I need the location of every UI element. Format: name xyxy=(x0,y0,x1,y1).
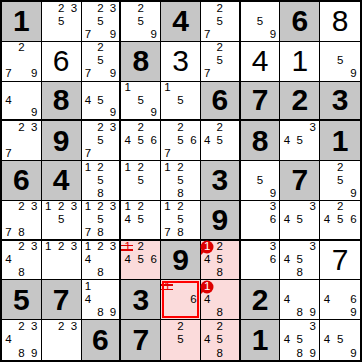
candidate-digit-text: 1 xyxy=(164,201,170,213)
cell-r7c6[interactable]: 12458 xyxy=(201,241,241,281)
candidate-digit-text: 2 xyxy=(138,3,144,15)
candidate-digit: 5 xyxy=(174,94,187,107)
cell-r9c9[interactable]: 459 xyxy=(320,320,360,360)
candidate-grid: 25 xyxy=(161,320,200,360)
candidate-digit-text: 4 xyxy=(324,294,330,306)
candidate-digit: 1 xyxy=(82,161,95,174)
candidate-digit-text: 3 xyxy=(310,201,316,213)
candidate-digit-text: 4 xyxy=(284,254,290,266)
candidate-digit-text: 3 xyxy=(270,201,276,213)
candidate-digit: 5 xyxy=(94,213,107,226)
cell-r8c9[interactable]: 469 xyxy=(320,280,360,320)
candidate-digit: 9 xyxy=(28,107,41,120)
candidate-grid: 1489 xyxy=(82,280,120,319)
given-digit: 8 xyxy=(241,121,280,160)
candidate-digit: 9 xyxy=(107,68,120,81)
candidate-grid: 2458 xyxy=(201,320,239,360)
candidate-grid: 345 xyxy=(280,121,319,160)
cell-r7c9[interactable]: 7 xyxy=(320,241,360,281)
cell-r1c4[interactable]: 259 xyxy=(121,2,161,42)
candidate-grid: 12456 xyxy=(121,241,160,280)
candidate-digit: 4 xyxy=(82,254,95,267)
candidate-digit: 5 xyxy=(174,174,187,187)
cell-r4c4[interactable]: 2456 xyxy=(121,121,161,161)
candidate-digit: 9 xyxy=(267,187,280,200)
candidate-digit: 8 xyxy=(15,267,28,280)
cell-r8c6[interactable]: 148 xyxy=(201,280,241,320)
cell-r8c1[interactable]: 5 xyxy=(2,280,42,320)
candidate-digit: 9 xyxy=(107,107,120,120)
candidate-digit-text: 3 xyxy=(31,241,37,253)
candidate-digit-text: 3 xyxy=(71,241,77,253)
cell-r9c6[interactable]: 2458 xyxy=(201,320,241,360)
candidate-digit-text: 3 xyxy=(31,321,37,333)
given-digit: 9 xyxy=(201,201,239,239)
candidate-digit: 5 xyxy=(94,174,107,187)
candidate-digit-text: 5 xyxy=(217,16,223,28)
candidate-digit: 4 xyxy=(201,333,214,346)
candidate-digit-text: 2 xyxy=(97,241,103,253)
candidate-digit-text: 5 xyxy=(177,95,183,107)
candidate-digit: 4 xyxy=(201,254,214,267)
cell-r7c5[interactable]: 9 xyxy=(161,241,201,281)
candidate-digit: 6 xyxy=(267,213,280,226)
candidate-digit: 7 xyxy=(2,147,15,160)
candidate-digit: 9 xyxy=(306,347,319,360)
candidate-digit-text: 1 xyxy=(125,201,131,213)
candidate-digit-text: 5 xyxy=(337,175,343,187)
candidate-digit-text: 7 xyxy=(85,29,91,41)
candidate-digit: 9 xyxy=(267,28,280,41)
candidate-digit-text: 5 xyxy=(177,135,183,147)
candidate-digit: 9 xyxy=(306,306,319,319)
candidate-digit: 3 xyxy=(107,201,120,214)
candidate-digit: 5 xyxy=(55,15,68,28)
candidate-digit: 2 xyxy=(55,201,68,214)
candidate-digit-text: 6 xyxy=(270,214,276,226)
candidate-digit: 6 xyxy=(187,134,200,147)
cell-r1c2[interactable]: 235 xyxy=(42,2,82,42)
candidate-digit-text: 5 xyxy=(297,135,303,147)
candidate-grid: 459 xyxy=(320,320,360,360)
candidate-digit: 1 xyxy=(42,241,55,254)
candidate-digit-text: 2 xyxy=(217,3,223,15)
cell-r2c4[interactable]: 8 xyxy=(121,42,161,82)
candidate-digit-text: 1 xyxy=(164,162,170,174)
candidate-digit-text: 5 xyxy=(97,135,103,147)
candidate-digit-text: 2 xyxy=(97,122,103,134)
candidate-digit-text: 5 xyxy=(177,175,183,187)
cell-r2c7[interactable]: 4 xyxy=(241,42,281,82)
candidate-digit: 4 xyxy=(121,134,134,147)
solved-digit: 3 xyxy=(161,42,200,81)
candidate-digit-text: 3 xyxy=(31,201,37,213)
candidate-grid: 245 xyxy=(201,121,239,160)
candidate-digit-struck: 1 xyxy=(161,280,174,293)
candidate-digit-text: 2 xyxy=(18,241,24,253)
cell-r7c2[interactable]: 123 xyxy=(42,241,82,281)
cell-r6c3[interactable]: 123578 xyxy=(82,201,122,241)
candidate-digit-text: 8 xyxy=(97,307,103,319)
cell-r4c7[interactable]: 8 xyxy=(241,121,281,161)
cell-r8c3[interactable]: 1489 xyxy=(82,280,122,320)
cell-r1c1[interactable]: 1 xyxy=(2,2,42,42)
cell-r3c2[interactable]: 8 xyxy=(42,82,82,122)
candidate-grid: 123 xyxy=(42,241,81,280)
cell-r1c3[interactable]: 23579 xyxy=(82,2,122,42)
candidate-digit-text: 4 xyxy=(284,294,290,306)
candidate-digit: 3 xyxy=(68,241,81,254)
given-digit: 6 xyxy=(280,2,319,41)
candidate-digit: 5 xyxy=(213,254,226,267)
candidate-digit-text: 3 xyxy=(110,3,116,15)
candidate-digit-text: 1 xyxy=(164,281,170,293)
candidate-digit-text: 3 xyxy=(31,122,37,134)
candidate-digit: 4 xyxy=(2,333,15,346)
candidate-digit-text: 2 xyxy=(217,241,223,253)
cell-r4c3[interactable]: 2357 xyxy=(82,121,122,161)
cell-r8c2[interactable]: 7 xyxy=(42,280,82,320)
candidate-digit: 5 xyxy=(213,15,226,28)
candidate-digit: 2 xyxy=(333,161,346,174)
candidate-digit-text: 5 xyxy=(138,95,144,107)
candidate-grid: 2456 xyxy=(320,201,360,239)
cell-r8c8[interactable]: 489 xyxy=(280,280,320,320)
cell-r3c4[interactable]: 159 xyxy=(121,82,161,122)
candidate-digit-text: 9 xyxy=(350,188,356,200)
cell-r7c8[interactable]: 3458 xyxy=(280,241,320,281)
candidate-digit-text: 4 xyxy=(85,95,91,107)
candidate-digit-text: 8 xyxy=(217,307,223,319)
candidate-digit: 4 xyxy=(82,94,95,107)
given-digit: 6 xyxy=(2,161,41,200)
cell-r4c9[interactable]: 1 xyxy=(320,121,360,161)
cell-r2c3[interactable]: 2579 xyxy=(82,42,122,82)
candidate-digit-text: 2 xyxy=(337,162,343,174)
candidate-digit: 2 xyxy=(55,241,68,254)
candidate-digit-text: 5 xyxy=(97,214,103,226)
cell-r5c6[interactable]: 3 xyxy=(201,161,241,201)
candidate-digit-text: 7 xyxy=(204,29,210,41)
candidate-digit: 8 xyxy=(213,306,226,319)
candidate-digit-text: 2 xyxy=(138,201,144,213)
candidate-digit-text: 9 xyxy=(310,307,316,319)
candidate-grid: 1258 xyxy=(161,161,200,200)
candidate-digit: 1 xyxy=(121,82,134,95)
cell-r2c8[interactable]: 1 xyxy=(280,42,320,82)
candidate-digit-text: 5 xyxy=(58,16,64,28)
given-digit: 9 xyxy=(42,121,81,160)
candidate-digit: 4 xyxy=(2,254,15,267)
candidate-digit: 2 xyxy=(15,241,28,254)
candidate-grid: 2378 xyxy=(2,201,41,239)
candidate-digit: 3 xyxy=(68,320,81,333)
cell-r6c1[interactable]: 2378 xyxy=(2,201,42,241)
candidate-digit: 4 xyxy=(121,213,134,226)
candidate-digit-text: 9 xyxy=(350,307,356,319)
candidate-digit-text: 2 xyxy=(217,321,223,333)
candidate-digit: 5 xyxy=(94,134,107,147)
candidate-digit: 4 xyxy=(320,213,333,226)
cell-r3c8[interactable]: 2 xyxy=(280,82,320,122)
candidate-digit: 5 xyxy=(213,333,226,346)
candidate-digit-text: 4 xyxy=(125,135,131,147)
candidate-digit-text: 3 xyxy=(110,122,116,134)
candidate-grid: 36 xyxy=(241,241,280,280)
candidate-digit-text: 7 xyxy=(164,148,170,160)
candidate-digit: 8 xyxy=(94,187,107,200)
candidate-digit: 2 xyxy=(94,161,107,174)
candidate-digit: 2 xyxy=(134,201,147,214)
candidate-digit: 4 xyxy=(280,293,293,306)
candidate-digit: 8 xyxy=(94,267,107,280)
candidate-grid: 159 xyxy=(121,82,160,120)
candidate-grid: 23489 xyxy=(2,320,41,360)
candidate-digit: 4 xyxy=(320,333,333,346)
candidate-digit: 2 xyxy=(15,320,28,333)
candidate-digit: 1 xyxy=(121,201,134,214)
candidate-digit-text: 4 xyxy=(204,334,210,346)
candidate-digit-text: 4 xyxy=(284,135,290,147)
given-digit: 8 xyxy=(42,82,81,120)
candidate-digit: 3 xyxy=(107,2,120,15)
cell-r6c9[interactable]: 2456 xyxy=(320,201,360,241)
cell-r1c5[interactable]: 4 xyxy=(161,2,201,42)
candidate-digit: 5 xyxy=(293,213,306,226)
candidate-digit: 3 xyxy=(107,121,120,134)
candidate-digit-text: 2 xyxy=(217,122,223,134)
candidate-digit: 2 xyxy=(134,161,147,174)
candidate-digit: 6 xyxy=(347,293,360,306)
candidate-digit-text: 1 xyxy=(125,82,131,94)
cell-r4c8[interactable]: 345 xyxy=(280,121,320,161)
candidate-digit: 9 xyxy=(147,107,160,120)
cell-r1c8[interactable]: 6 xyxy=(280,2,320,42)
candidate-digit-text: 6 xyxy=(350,214,356,226)
cell-r2c9[interactable]: 59 xyxy=(320,42,360,82)
candidate-digit-text: 4 xyxy=(125,254,131,266)
candidate-digit-text: 7 xyxy=(5,227,11,239)
candidate-digit: 8 xyxy=(15,226,28,239)
candidate-digit: 2 xyxy=(213,42,226,55)
cell-r2c1[interactable]: 279 xyxy=(2,42,42,82)
candidate-digit-text: 2 xyxy=(18,321,24,333)
candidate-digit-text: 9 xyxy=(310,348,316,360)
candidate-digit: 5 xyxy=(293,134,306,147)
candidate-digit: 6 xyxy=(147,254,160,267)
cell-r9c2[interactable]: 23 xyxy=(42,320,82,360)
candidate-digit-struck: 1 xyxy=(121,241,134,254)
candidate-digit-text: 5 xyxy=(297,214,303,226)
cell-r4c1[interactable]: 237 xyxy=(2,121,42,161)
cell-r5c1[interactable]: 6 xyxy=(2,161,42,201)
candidate-digit: 2 xyxy=(15,201,28,214)
candidate-grid: 12348 xyxy=(82,241,120,280)
cell-r9c3[interactable]: 6 xyxy=(82,320,122,360)
cell-r9c8[interactable]: 34589 xyxy=(280,320,320,360)
cell-r4c5[interactable]: 2567 xyxy=(161,121,201,161)
given-digit: 1 xyxy=(320,121,360,160)
candidate-grid: 34589 xyxy=(280,320,319,360)
cell-r3c7[interactable]: 7 xyxy=(241,82,281,122)
candidate-digit-text: 6 xyxy=(350,294,356,306)
candidate-digit-text: 9 xyxy=(110,307,116,319)
candidate-digit: 6 xyxy=(147,134,160,147)
candidate-digit: 3 xyxy=(107,241,120,254)
candidate-digit-text: 2 xyxy=(337,201,343,213)
candidate-digit-text: 8 xyxy=(217,267,223,279)
candidate-grid: 469 xyxy=(320,280,360,319)
cell-r5c9[interactable]: 259 xyxy=(320,161,360,201)
cell-r5c4[interactable]: 125 xyxy=(121,161,161,201)
candidate-digit: 3 xyxy=(267,201,280,214)
candidate-digit-text: 2 xyxy=(58,241,64,253)
candidate-digit: 4 xyxy=(280,333,293,346)
cell-r4c2[interactable]: 9 xyxy=(42,121,82,161)
candidate-digit-text: 9 xyxy=(270,29,276,41)
candidate-digit: 5 xyxy=(134,213,147,226)
cell-r3c6[interactable]: 6 xyxy=(201,82,241,122)
candidate-digit: 2 xyxy=(134,2,147,15)
candidate-digit-text: 8 xyxy=(297,307,303,319)
candidate-digit: 2 xyxy=(15,42,28,55)
cell-r9c4[interactable]: 7 xyxy=(121,320,161,360)
candidate-digit-text: 9 xyxy=(350,348,356,360)
cell-r5c7[interactable]: 59 xyxy=(241,161,281,201)
candidate-digit: 3 xyxy=(28,121,41,134)
candidate-digit-text: 5 xyxy=(297,254,303,266)
candidate-grid: 2456 xyxy=(121,121,160,160)
cell-r2c2[interactable]: 6 xyxy=(42,42,82,82)
candidate-digit: 4 xyxy=(201,134,214,147)
candidate-digit: 7 xyxy=(201,28,214,41)
cell-r6c4[interactable]: 1245 xyxy=(121,201,161,241)
candidate-digit: 7 xyxy=(82,226,95,239)
cell-r2c6[interactable]: 257 xyxy=(201,42,241,82)
cell-r6c2[interactable]: 1235 xyxy=(42,201,82,241)
cell-r3c9[interactable]: 3 xyxy=(320,82,360,122)
candidate-digit: 3 xyxy=(306,121,319,134)
candidate-digit-text: 6 xyxy=(270,254,276,266)
candidate-digit: 2 xyxy=(15,121,28,134)
cell-r2c5[interactable]: 3 xyxy=(161,42,201,82)
cell-r9c1[interactable]: 23489 xyxy=(2,320,42,360)
candidate-digit-text: 9 xyxy=(31,348,37,360)
solved-digit: 7 xyxy=(320,241,360,280)
cell-r1c9[interactable]: 8 xyxy=(320,2,360,42)
cell-r8c5[interactable]: 16 xyxy=(161,280,201,320)
candidate-digit: 5 xyxy=(333,55,346,68)
candidate-grid: 257 xyxy=(201,2,239,41)
cell-r6c6[interactable]: 9 xyxy=(201,201,241,241)
candidate-digit: 5 xyxy=(293,333,306,346)
candidate-digit: 7 xyxy=(82,28,95,41)
candidate-digit: 8 xyxy=(15,347,28,360)
candidate-digit-text: 8 xyxy=(18,227,24,239)
cell-r1c6[interactable]: 257 xyxy=(201,2,241,42)
candidate-digit-text: 1 xyxy=(85,162,91,174)
given-digit: 3 xyxy=(201,161,239,200)
cell-r7c7[interactable]: 36 xyxy=(241,241,281,281)
candidate-digit: 9 xyxy=(347,347,360,360)
candidate-digit: 3 xyxy=(28,320,41,333)
solved-digit: 1 xyxy=(280,42,319,81)
candidate-digit: 1 xyxy=(42,201,55,214)
cell-r7c4[interactable]: 12456 xyxy=(121,241,161,281)
candidate-digit-text: 4 xyxy=(5,334,11,346)
candidate-digit-text: 5 xyxy=(97,55,103,67)
given-digit: 2 xyxy=(241,280,280,319)
candidate-digit-text: 7 xyxy=(85,227,91,239)
candidate-digit: 1 xyxy=(161,82,174,95)
given-digit: 3 xyxy=(320,82,360,120)
cell-r9c7[interactable]: 1 xyxy=(241,320,281,360)
candidate-digit-text: 5 xyxy=(138,254,144,266)
cell-r5c3[interactable]: 1258 xyxy=(82,161,122,201)
solved-digit: 6 xyxy=(42,42,81,81)
candidate-digit: 1 xyxy=(121,161,134,174)
given-digit: 4 xyxy=(42,161,81,200)
candidate-digit: 9 xyxy=(28,347,41,360)
given-digit: 9 xyxy=(161,241,200,280)
candidate-digit: 9 xyxy=(147,28,160,41)
cell-r6c5[interactable]: 12578 xyxy=(161,201,201,241)
candidate-digit: 7 xyxy=(82,68,95,81)
cell-r4c6[interactable]: 245 xyxy=(201,121,241,161)
candidate-digit-text: 4 xyxy=(284,214,290,226)
candidate-digit-text: 2 xyxy=(58,201,64,213)
cell-r7c1[interactable]: 2348 xyxy=(2,241,42,281)
candidate-digit-text: 5 xyxy=(97,175,103,187)
candidate-grid: 1258 xyxy=(82,161,120,200)
cell-r3c3[interactable]: 459 xyxy=(82,82,122,122)
cell-r1c7[interactable]: 59 xyxy=(241,2,281,42)
candidate-digit-text: 8 xyxy=(18,348,24,360)
candidate-digit: 3 xyxy=(306,320,319,333)
cell-r6c8[interactable]: 345 xyxy=(280,201,320,241)
sudoku-board: 1235235792594257596827962579832574159498… xyxy=(0,0,362,362)
candidate-digit-text: 2 xyxy=(97,201,103,213)
cell-r5c5[interactable]: 1258 xyxy=(161,161,201,201)
cell-r9c5[interactable]: 25 xyxy=(161,320,201,360)
candidate-digit-text: 5 xyxy=(97,95,103,107)
candidate-digit: 7 xyxy=(82,147,95,160)
candidate-grid: 12578 xyxy=(161,201,200,239)
candidate-digit: 8 xyxy=(94,306,107,319)
candidate-digit: 3 xyxy=(306,201,319,214)
candidate-digit: 5 xyxy=(94,55,107,68)
candidate-digit: 2 xyxy=(94,2,107,15)
cell-r3c5[interactable]: 15 xyxy=(161,82,201,122)
candidate-grid: 3458 xyxy=(280,241,319,280)
candidate-digit: 5 xyxy=(213,55,226,68)
candidate-digit: 4 xyxy=(2,94,15,107)
candidate-grid: 237 xyxy=(2,121,41,160)
candidate-digit: 5 xyxy=(333,213,346,226)
cell-r5c2[interactable]: 4 xyxy=(42,161,82,201)
candidate-digit-text: 2 xyxy=(97,162,103,174)
cell-r5c8[interactable]: 7 xyxy=(280,161,320,201)
cell-r8c4[interactable]: 3 xyxy=(121,280,161,320)
candidate-digit-text: 9 xyxy=(350,68,356,80)
cell-r7c3[interactable]: 12348 xyxy=(82,241,122,281)
cell-r8c7[interactable]: 2 xyxy=(241,280,281,320)
candidate-digit: 5 xyxy=(94,15,107,28)
candidate-digit: 2 xyxy=(213,241,226,254)
cell-r3c1[interactable]: 49 xyxy=(2,82,42,122)
cell-r6c7[interactable]: 36 xyxy=(241,201,281,241)
candidate-digit: 5 xyxy=(134,174,147,187)
